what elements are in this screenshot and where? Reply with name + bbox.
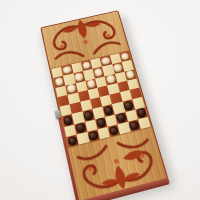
- photo-background: [0, 0, 200, 200]
